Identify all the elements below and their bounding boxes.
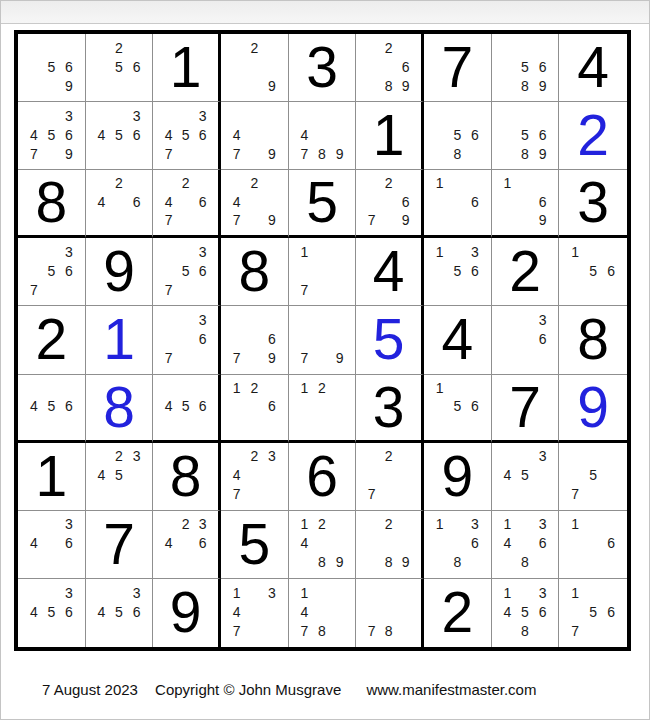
pencil-slot-empty	[331, 602, 349, 621]
pencil-slot-empty	[228, 38, 246, 57]
cell-r8c1[interactable]: 346	[18, 511, 86, 579]
cell-r8c7[interactable]: 1368	[424, 511, 492, 579]
given-digit: 2	[492, 238, 559, 305]
cell-r3c2[interactable]: 246	[86, 170, 154, 238]
cell-r6c6[interactable]: 3	[356, 375, 424, 443]
cell-r6c7[interactable]: 156	[424, 375, 492, 443]
pencil-slot-empty	[160, 379, 177, 397]
window-titlebar	[1, 1, 649, 24]
pencil-marks: 156	[424, 375, 491, 440]
pencil-mark-9: 9	[534, 144, 552, 163]
pencil-slot-empty	[160, 174, 177, 192]
pencil-slot-empty	[466, 174, 484, 192]
pencil-slot-empty	[160, 242, 177, 261]
given-digit: 3	[559, 170, 627, 235]
pencil-mark-2: 2	[110, 174, 128, 192]
pencil-slot-empty	[516, 106, 534, 125]
pencil-slot-empty	[313, 310, 331, 329]
pencil-slot-empty	[397, 534, 414, 553]
pencil-mark-8: 8	[516, 144, 534, 163]
pencil-slot-empty	[228, 415, 246, 433]
pencil-marks: 78	[356, 579, 421, 647]
pencil-mark-9: 9	[331, 144, 349, 163]
pencil-slot-empty	[516, 38, 534, 57]
pencil-mark-7: 7	[25, 280, 43, 299]
given-digit: 3	[356, 375, 421, 440]
cell-r3c3[interactable]: 2467	[153, 170, 221, 238]
cell-r5c4[interactable]: 679	[221, 306, 289, 374]
pencil-slot-empty	[263, 466, 281, 485]
pencil-mark-4: 4	[228, 193, 246, 211]
pencil-slot-empty	[397, 622, 414, 641]
pencil-slot-empty	[397, 447, 414, 466]
cell-r1c3[interactable]: 1	[153, 34, 221, 102]
pencil-slot-empty	[566, 602, 584, 621]
cell-r2c6[interactable]: 1	[356, 102, 424, 170]
pencil-mark-8: 8	[380, 622, 397, 641]
pencil-slot-empty	[380, 534, 397, 553]
pencil-mark-4: 4	[499, 466, 517, 485]
pencil-marks: 29	[221, 34, 288, 101]
pencil-mark-3: 3	[60, 106, 78, 125]
cell-r6c3[interactable]: 456	[153, 375, 221, 443]
pencil-mark-2: 2	[177, 174, 194, 192]
pencil-slot-empty	[246, 193, 264, 211]
cell-r7c5[interactable]: 6	[289, 443, 357, 511]
pencil-mark-4: 4	[25, 602, 43, 621]
pencil-mark-9: 9	[263, 144, 281, 163]
pencil-slot-empty	[499, 193, 517, 211]
pencil-slot-empty	[363, 602, 380, 621]
pencil-mark-4: 4	[93, 193, 111, 211]
pencil-marks: 156	[559, 238, 627, 305]
pencil-slot-empty	[177, 553, 194, 572]
cell-r7c1[interactable]: 1	[18, 443, 86, 511]
cell-r2c3[interactable]: 34567	[153, 102, 221, 170]
pencil-slot-empty	[449, 242, 467, 261]
pencil-slot-empty	[331, 583, 349, 602]
pencil-slot-empty	[313, 583, 331, 602]
cell-r3c4[interactable]: 2479	[221, 170, 289, 238]
pencil-slot-empty	[93, 144, 111, 163]
pencil-marks: 569	[18, 34, 85, 101]
pencil-slot-empty	[246, 622, 264, 641]
cell-r7c2[interactable]: 2345	[86, 443, 154, 511]
pencil-marks: 345	[492, 443, 559, 510]
cell-r8c5[interactable]: 12489	[289, 511, 357, 579]
pencil-mark-4: 4	[25, 534, 43, 553]
pencil-marks: 367	[153, 306, 218, 373]
pencil-slot-empty	[566, 466, 584, 485]
cell-r6c8[interactable]: 7	[492, 375, 560, 443]
pencil-slot-empty	[431, 280, 449, 299]
pencil-slot-empty	[160, 415, 177, 433]
pencil-slot-empty	[93, 38, 111, 57]
pencil-slot-empty	[25, 553, 43, 572]
pencil-marks: 13468	[492, 511, 559, 578]
pencil-slot-empty	[534, 349, 552, 368]
pencil-slot-empty	[177, 415, 194, 433]
cell-r9c1[interactable]: 3456	[18, 579, 86, 647]
given-digit: 2	[424, 579, 491, 647]
cell-r2c9[interactable]: 2	[559, 102, 627, 170]
cell-r8c8[interactable]: 13468	[492, 511, 560, 579]
pencil-mark-8: 8	[380, 553, 397, 572]
entered-digit: 1	[86, 306, 153, 373]
given-digit: 8	[559, 306, 627, 373]
sudoku-board: 5692561293268975689434567934563456747947…	[14, 30, 631, 651]
pencil-slot-empty	[263, 415, 281, 433]
cell-r8c2[interactable]: 7	[86, 511, 154, 579]
pencil-slot-empty	[363, 583, 380, 602]
pencil-mark-4: 4	[160, 193, 177, 211]
pencil-slot-empty	[566, 553, 584, 572]
cell-r1c6[interactable]: 2689	[356, 34, 424, 102]
cell-r5c2[interactable]: 1	[86, 306, 154, 374]
pencil-mark-6: 6	[128, 125, 146, 144]
pencil-slot-empty	[93, 622, 111, 641]
cell-r2c7[interactable]: 568	[424, 102, 492, 170]
pencil-slot-empty	[534, 106, 552, 125]
pencil-slot-empty	[263, 310, 281, 329]
cell-r9c7[interactable]: 2	[424, 579, 492, 647]
cell-r1c2[interactable]: 256	[86, 34, 154, 102]
cell-r4c7[interactable]: 1356	[424, 238, 492, 306]
pencil-marks: 16	[559, 511, 627, 578]
pencil-mark-4: 4	[93, 125, 111, 144]
pencil-slot-empty	[228, 174, 246, 192]
pencil-slot-empty	[43, 622, 61, 641]
pencil-mark-7: 7	[296, 349, 314, 368]
pencil-slot-empty	[466, 280, 484, 299]
pencil-slot-empty	[331, 106, 349, 125]
cell-r5c9[interactable]: 8	[559, 306, 627, 374]
pencil-slot-empty	[363, 447, 380, 466]
cell-r4c8[interactable]: 2	[492, 238, 560, 306]
pencil-marks: 57	[559, 443, 627, 510]
pencil-mark-9: 9	[60, 76, 78, 95]
cell-r4c2[interactable]: 9	[86, 238, 154, 306]
pencil-marks: 2479	[221, 170, 288, 235]
pencil-mark-6: 6	[263, 397, 281, 415]
cell-r7c4[interactable]: 2347	[221, 443, 289, 511]
pencil-slot-empty	[296, 106, 314, 125]
pencil-slot-empty	[177, 349, 194, 368]
cell-r5c8[interactable]: 36	[492, 306, 560, 374]
cell-r9c6[interactable]: 78	[356, 579, 424, 647]
cell-r1c8[interactable]: 5689	[492, 34, 560, 102]
pencil-slot-empty	[313, 280, 331, 299]
cell-r7c7[interactable]: 9	[424, 443, 492, 511]
pencil-slot-empty	[25, 261, 43, 280]
pencil-marks: 345679	[18, 102, 85, 169]
pencil-mark-7: 7	[228, 622, 246, 641]
pencil-slot-empty	[110, 622, 128, 641]
cell-r7c9[interactable]: 57	[559, 443, 627, 511]
pencil-slot-empty	[466, 553, 484, 572]
pencil-slot-empty	[60, 415, 78, 433]
pencil-slot-empty	[263, 106, 281, 125]
pencil-mark-3: 3	[534, 447, 552, 466]
pencil-mark-4: 4	[93, 466, 111, 485]
cell-r4c6[interactable]: 4	[356, 238, 424, 306]
pencil-slot-empty	[534, 38, 552, 57]
pencil-mark-5: 5	[43, 261, 61, 280]
cell-r9c2[interactable]: 3456	[86, 579, 154, 647]
cell-r8c4[interactable]: 5	[221, 511, 289, 579]
pencil-slot-empty	[228, 76, 246, 95]
pencil-slot-empty	[566, 447, 584, 466]
cell-r3c9[interactable]: 3	[559, 170, 627, 238]
cell-r1c7[interactable]: 7	[424, 34, 492, 102]
cell-r3c8[interactable]: 169	[492, 170, 560, 238]
pencil-mark-3: 3	[194, 515, 211, 534]
pencil-mark-3: 3	[128, 583, 146, 602]
pencil-slot-empty	[194, 144, 211, 163]
pencil-mark-9: 9	[534, 211, 552, 229]
pencil-slot-empty	[246, 415, 264, 433]
cell-r7c3[interactable]: 8	[153, 443, 221, 511]
pencil-mark-1: 1	[499, 515, 517, 534]
cell-r6c5[interactable]: 12	[289, 375, 357, 443]
pencil-mark-7: 7	[296, 622, 314, 641]
pencil-mark-6: 6	[60, 397, 78, 415]
pencil-mark-6: 6	[263, 329, 281, 348]
cell-r4c4[interactable]: 8	[221, 238, 289, 306]
pencil-slot-empty	[25, 106, 43, 125]
pencil-slot-empty	[313, 329, 331, 348]
given-digit: 9	[86, 238, 153, 305]
cell-r4c3[interactable]: 3567	[153, 238, 221, 306]
pencil-mark-2: 2	[246, 379, 264, 397]
pencil-marks: 34567	[153, 102, 218, 169]
pencil-slot-empty	[466, 106, 484, 125]
pencil-mark-4: 4	[160, 397, 177, 415]
pencil-mark-6: 6	[466, 397, 484, 415]
pencil-slot-empty	[516, 329, 534, 348]
cell-r2c2[interactable]: 3456	[86, 102, 154, 170]
cell-r7c8[interactable]: 345	[492, 443, 560, 511]
pencil-mark-7: 7	[296, 280, 314, 299]
pencil-slot-empty	[499, 329, 517, 348]
pencil-slot-empty	[499, 622, 517, 641]
pencil-slot-empty	[296, 329, 314, 348]
pencil-slot-empty	[499, 76, 517, 95]
pencil-mark-4: 4	[25, 397, 43, 415]
pencil-mark-2: 2	[246, 447, 264, 466]
pencil-slot-empty	[43, 515, 61, 534]
pencil-mark-5: 5	[584, 466, 602, 485]
pencil-mark-4: 4	[296, 534, 314, 553]
pencil-slot-empty	[499, 447, 517, 466]
pencil-mark-4: 4	[25, 125, 43, 144]
pencil-mark-9: 9	[60, 144, 78, 163]
cell-r8c6[interactable]: 289	[356, 511, 424, 579]
cell-r2c1[interactable]: 345679	[18, 102, 86, 170]
pencil-slot-empty	[313, 261, 331, 280]
pencil-slot-empty	[25, 57, 43, 76]
pencil-mark-1: 1	[228, 583, 246, 602]
pencil-mark-5: 5	[177, 125, 194, 144]
pencil-slot-empty	[449, 379, 467, 397]
pencil-mark-7: 7	[296, 144, 314, 163]
pencil-marks: 289	[356, 511, 421, 578]
pencil-marks: 2346	[153, 511, 218, 578]
pencil-slot-empty	[25, 379, 43, 397]
pencil-slot-empty	[431, 534, 449, 553]
pencil-slot-empty	[584, 280, 602, 299]
cell-r4c1[interactable]: 3567	[18, 238, 86, 306]
pencil-slot-empty	[331, 310, 349, 329]
cell-r9c9[interactable]: 1567	[559, 579, 627, 647]
entered-digit: 8	[86, 375, 153, 440]
pencil-slot-empty	[263, 622, 281, 641]
cell-r9c5[interactable]: 1478	[289, 579, 357, 647]
cell-r2c5[interactable]: 4789	[289, 102, 357, 170]
pencil-mark-6: 6	[534, 193, 552, 211]
cell-r1c5[interactable]: 3	[289, 34, 357, 102]
cell-r5c7[interactable]: 4	[424, 306, 492, 374]
pencil-slot-empty	[177, 211, 194, 229]
cell-r7c6[interactable]: 27	[356, 443, 424, 511]
pencil-slot-empty	[263, 485, 281, 504]
pencil-slot-empty	[60, 379, 78, 397]
cell-r6c2[interactable]: 8	[86, 375, 154, 443]
cell-r4c9[interactable]: 156	[559, 238, 627, 306]
pencil-mark-4: 4	[228, 125, 246, 144]
pencil-mark-2: 2	[246, 38, 264, 57]
pencil-slot-empty	[43, 144, 61, 163]
pencil-slot-empty	[93, 57, 111, 76]
pencil-mark-9: 9	[331, 553, 349, 572]
pencil-slot-empty	[397, 174, 414, 192]
pencil-mark-9: 9	[263, 211, 281, 229]
pencil-mark-5: 5	[43, 57, 61, 76]
pencil-mark-6: 6	[128, 57, 146, 76]
pencil-slot-empty	[160, 515, 177, 534]
given-digit: 1	[153, 34, 218, 101]
cell-r3c7[interactable]: 16	[424, 170, 492, 238]
entered-digit: 9	[559, 375, 627, 440]
cell-r1c4[interactable]: 29	[221, 34, 289, 102]
pencil-slot-empty	[194, 174, 211, 192]
cell-r5c3[interactable]: 367	[153, 306, 221, 374]
pencil-mark-1: 1	[296, 515, 314, 534]
pencil-slot-empty	[313, 125, 331, 144]
pencil-marks: 79	[289, 306, 356, 373]
cell-r1c1[interactable]: 569	[18, 34, 86, 102]
pencil-slot-empty	[602, 515, 620, 534]
pencil-mark-7: 7	[228, 349, 246, 368]
pencil-slot-empty	[602, 485, 620, 504]
pencil-mark-5: 5	[584, 602, 602, 621]
cell-r6c1[interactable]: 456	[18, 375, 86, 443]
given-digit: 1	[18, 443, 85, 510]
given-digit: 9	[424, 443, 491, 510]
pencil-marks: 2689	[356, 34, 421, 101]
pencil-slot-empty	[263, 174, 281, 192]
pencil-marks: 256	[86, 34, 153, 101]
pencil-mark-8: 8	[449, 553, 467, 572]
cell-r3c1[interactable]: 8	[18, 170, 86, 238]
pencil-mark-6: 6	[128, 602, 146, 621]
pencil-slot-empty	[602, 447, 620, 466]
pencil-mark-7: 7	[228, 485, 246, 504]
pencil-mark-4: 4	[228, 466, 246, 485]
pencil-slot-empty	[93, 211, 111, 229]
cell-r5c1[interactable]: 2	[18, 306, 86, 374]
given-digit: 7	[86, 511, 153, 578]
pencil-marks: 2679	[356, 170, 421, 235]
cell-r6c4[interactable]: 126	[221, 375, 289, 443]
pencil-mark-6: 6	[466, 125, 484, 144]
pencil-slot-empty	[177, 280, 194, 299]
pencil-slot-empty	[228, 310, 246, 329]
cell-r1c9[interactable]: 4	[559, 34, 627, 102]
pencil-slot-empty	[177, 310, 194, 329]
pencil-slot-empty	[516, 349, 534, 368]
cell-r6c9[interactable]: 9	[559, 375, 627, 443]
pencil-mark-8: 8	[516, 553, 534, 572]
pencil-mark-5: 5	[43, 125, 61, 144]
cell-r8c9[interactable]: 16	[559, 511, 627, 579]
pencil-slot-empty	[110, 193, 128, 211]
cell-r3c6[interactable]: 2679	[356, 170, 424, 238]
pencil-slot-empty	[246, 211, 264, 229]
pencil-marks: 568	[424, 102, 491, 169]
cell-r5c6[interactable]: 5	[356, 306, 424, 374]
pencil-slot-empty	[246, 106, 264, 125]
pencil-mark-3: 3	[263, 447, 281, 466]
pencil-marks: 27	[356, 443, 421, 510]
pencil-slot-empty	[93, 106, 111, 125]
cell-r2c4[interactable]: 479	[221, 102, 289, 170]
cell-r9c4[interactable]: 1347	[221, 579, 289, 647]
cell-r3c5[interactable]: 5	[289, 170, 357, 238]
pencil-slot-empty	[466, 144, 484, 163]
pencil-slot-empty	[25, 583, 43, 602]
pencil-mark-7: 7	[363, 211, 380, 229]
cell-r8c3[interactable]: 2346	[153, 511, 221, 579]
cell-r5c5[interactable]: 79	[289, 306, 357, 374]
pencil-mark-5: 5	[584, 261, 602, 280]
pencil-slot-empty	[313, 602, 331, 621]
pencil-slot-empty	[363, 466, 380, 485]
pencil-slot-empty	[363, 57, 380, 76]
cell-r9c3[interactable]: 9	[153, 579, 221, 647]
pencil-mark-6: 6	[60, 125, 78, 144]
pencil-slot-empty	[93, 76, 111, 95]
cell-r2c8[interactable]: 5689	[492, 102, 560, 170]
pencil-mark-3: 3	[60, 583, 78, 602]
pencil-slot-empty	[431, 261, 449, 280]
cell-r4c5[interactable]: 17	[289, 238, 357, 306]
pencil-slot-empty	[499, 144, 517, 163]
pencil-slot-empty	[43, 106, 61, 125]
pencil-slot-empty	[177, 144, 194, 163]
pencil-mark-5: 5	[449, 261, 467, 280]
pencil-slot-empty	[313, 415, 331, 433]
page: 5692561293268975689434567934563456747947…	[0, 0, 650, 720]
pencil-slot-empty	[160, 329, 177, 348]
pencil-slot-empty	[110, 106, 128, 125]
entered-digit: 2	[559, 102, 627, 169]
pencil-slot-empty	[43, 379, 61, 397]
pencil-slot-empty	[380, 193, 397, 211]
pencil-slot-empty	[516, 583, 534, 602]
cell-r9c8[interactable]: 134568	[492, 579, 560, 647]
pencil-marks: 456	[153, 375, 218, 440]
